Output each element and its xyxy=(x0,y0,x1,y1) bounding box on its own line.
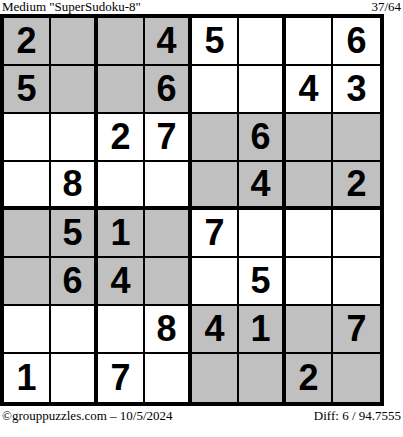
cell-r7c7[interactable] xyxy=(286,306,333,354)
cell-r5c3[interactable]: 1 xyxy=(98,210,145,258)
cell-r2c8[interactable]: 3 xyxy=(333,66,380,114)
cell-r2c3[interactable] xyxy=(98,66,145,114)
cell-r7c4[interactable]: 8 xyxy=(145,306,192,354)
cell-r4c5[interactable] xyxy=(192,162,239,210)
cell-r5c4[interactable] xyxy=(145,210,192,258)
cell-r1c4[interactable]: 4 xyxy=(145,18,192,66)
header: Medium "SuperSudoku-8" 37/64 xyxy=(0,0,403,14)
cell-r2c1[interactable]: 5 xyxy=(4,66,51,114)
cell-r7c1[interactable] xyxy=(4,306,51,354)
cell-r1c8[interactable]: 6 xyxy=(333,18,380,66)
footer: ©grouppuzzles.com – 10/5/2024 Diff: 6 / … xyxy=(0,406,403,423)
cell-r1c1[interactable]: 2 xyxy=(4,18,51,66)
cell-r4c4[interactable] xyxy=(145,162,192,210)
cell-r6c6[interactable]: 5 xyxy=(239,258,286,306)
cell-r6c5[interactable] xyxy=(192,258,239,306)
cell-r4c3[interactable] xyxy=(98,162,145,210)
cell-r5c5[interactable]: 7 xyxy=(192,210,239,258)
cell-r3c8[interactable] xyxy=(333,114,380,162)
cell-r5c6[interactable] xyxy=(239,210,286,258)
cell-r8c7[interactable]: 2 xyxy=(286,354,333,402)
difficulty-text: Diff: 6 / 94.7555 xyxy=(314,409,401,423)
cell-r3c7[interactable] xyxy=(286,114,333,162)
cell-r8c5[interactable] xyxy=(192,354,239,402)
cell-r1c6[interactable] xyxy=(239,18,286,66)
cell-r2c4[interactable]: 6 xyxy=(145,66,192,114)
copyright-text: ©grouppuzzles.com – 10/5/2024 xyxy=(2,409,173,423)
cell-r8c1[interactable]: 1 xyxy=(4,354,51,402)
remaining-cells-counter: 37/64 xyxy=(371,0,401,14)
cell-r3c6[interactable]: 6 xyxy=(239,114,286,162)
cell-r6c2[interactable]: 6 xyxy=(51,258,98,306)
cell-r2c7[interactable]: 4 xyxy=(286,66,333,114)
cell-r2c2[interactable] xyxy=(51,66,98,114)
cell-r3c4[interactable]: 7 xyxy=(145,114,192,162)
cell-r8c3[interactable]: 7 xyxy=(98,354,145,402)
cell-r4c6[interactable]: 4 xyxy=(239,162,286,210)
cell-r7c3[interactable] xyxy=(98,306,145,354)
cell-r3c1[interactable] xyxy=(4,114,51,162)
cell-r4c7[interactable] xyxy=(286,162,333,210)
cell-r5c8[interactable] xyxy=(333,210,380,258)
cell-r8c2[interactable] xyxy=(51,354,98,402)
cell-r1c5[interactable]: 5 xyxy=(192,18,239,66)
cell-r5c1[interactable] xyxy=(4,210,51,258)
cell-r3c3[interactable]: 2 xyxy=(98,114,145,162)
cell-r4c1[interactable] xyxy=(4,162,51,210)
puzzle-page: Medium "SuperSudoku-8" 37/64 24565643276… xyxy=(0,0,403,423)
cell-r1c2[interactable] xyxy=(51,18,98,66)
cell-r7c8[interactable]: 7 xyxy=(333,306,380,354)
cell-r7c6[interactable]: 1 xyxy=(239,306,286,354)
cell-r6c1[interactable] xyxy=(4,258,51,306)
cell-r7c5[interactable]: 4 xyxy=(192,306,239,354)
cell-r6c7[interactable] xyxy=(286,258,333,306)
cell-r8c6[interactable] xyxy=(239,354,286,402)
cell-r8c4[interactable] xyxy=(145,354,192,402)
cell-r8c8[interactable] xyxy=(333,354,380,402)
cell-r2c6[interactable] xyxy=(239,66,286,114)
cell-r5c2[interactable]: 5 xyxy=(51,210,98,258)
cell-r4c2[interactable]: 8 xyxy=(51,162,98,210)
cell-r6c4[interactable] xyxy=(145,258,192,306)
sudoku-board: 245656432768425176458417172 xyxy=(0,14,384,406)
cell-r2c5[interactable] xyxy=(192,66,239,114)
cell-r4c8[interactable]: 2 xyxy=(333,162,380,210)
page-title: Medium "SuperSudoku-8" xyxy=(2,0,141,14)
cell-r3c2[interactable] xyxy=(51,114,98,162)
cell-r3c5[interactable] xyxy=(192,114,239,162)
cell-r7c2[interactable] xyxy=(51,306,98,354)
cell-r6c3[interactable]: 4 xyxy=(98,258,145,306)
cell-r6c8[interactable] xyxy=(333,258,380,306)
cell-r5c7[interactable] xyxy=(286,210,333,258)
cell-r1c3[interactable] xyxy=(98,18,145,66)
cell-r1c7[interactable] xyxy=(286,18,333,66)
